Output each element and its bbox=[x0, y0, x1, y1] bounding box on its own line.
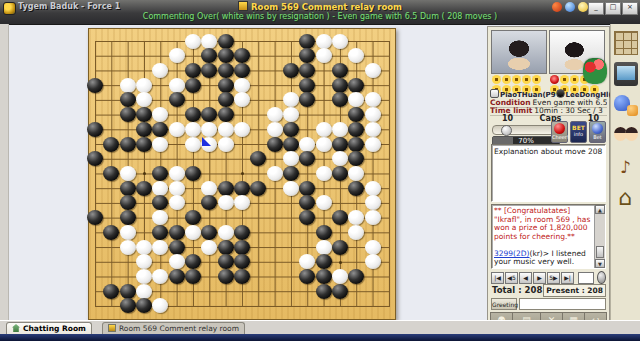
white-stone bbox=[185, 122, 201, 137]
music-icon[interactable]: ♪ bbox=[614, 155, 638, 179]
black-stone bbox=[348, 78, 364, 93]
black-stone bbox=[316, 254, 332, 269]
total-label: Total : bbox=[492, 285, 522, 295]
white-stone bbox=[169, 122, 185, 137]
black-stone bbox=[169, 92, 185, 107]
black-stone bbox=[136, 137, 152, 152]
chat-box[interactable]: ** [Congratulatates]"Ikrafl", in room 56… bbox=[491, 204, 606, 269]
last-move-marker bbox=[202, 137, 211, 146]
window-controls: _ □ × bbox=[588, 2, 638, 15]
white-stone bbox=[299, 137, 315, 152]
white-stone bbox=[365, 254, 381, 269]
black-stone bbox=[234, 63, 250, 78]
white-stone bbox=[332, 269, 348, 284]
scroll-down-icon[interactable]: ▼ bbox=[595, 259, 605, 268]
white-stone bbox=[120, 225, 136, 240]
black-stone bbox=[218, 92, 234, 107]
black-stone bbox=[234, 269, 250, 284]
black-stone bbox=[218, 240, 234, 255]
star-point bbox=[241, 172, 244, 175]
chat-scrollbar[interactable]: ▲ ▼ bbox=[594, 205, 605, 268]
black-stone bbox=[185, 63, 201, 78]
black-stone bbox=[316, 269, 332, 284]
black-stone bbox=[185, 107, 201, 122]
black-stone bbox=[332, 78, 348, 93]
black-stone bbox=[218, 63, 234, 78]
white-stone bbox=[201, 34, 217, 49]
drink-icon[interactable] bbox=[614, 93, 638, 117]
black-stone bbox=[169, 225, 185, 240]
white-stone bbox=[218, 122, 234, 137]
white-stone bbox=[234, 122, 250, 137]
star-point bbox=[339, 261, 342, 264]
black-stone bbox=[218, 34, 234, 49]
back-button[interactable]: ◀ bbox=[519, 272, 532, 284]
minimize-button[interactable]: _ bbox=[588, 2, 604, 15]
black-stone bbox=[332, 240, 348, 255]
black-stone bbox=[136, 107, 152, 122]
flower-gift-icon bbox=[502, 75, 511, 84]
white-stone bbox=[218, 225, 234, 240]
black-stone bbox=[120, 210, 136, 225]
black-stone bbox=[136, 122, 152, 137]
black-stone bbox=[120, 92, 136, 107]
black-stone bbox=[185, 166, 201, 181]
white-stone bbox=[267, 107, 283, 122]
cheer-ball-icon bbox=[554, 123, 565, 134]
window-frame-left bbox=[0, 24, 9, 320]
broadcast-icon[interactable] bbox=[614, 62, 638, 86]
black-stone bbox=[87, 78, 103, 93]
white-stone bbox=[365, 240, 381, 255]
black-stone bbox=[218, 181, 234, 196]
black-stone bbox=[103, 284, 119, 299]
white-stone bbox=[136, 240, 152, 255]
black-stone bbox=[218, 107, 234, 122]
black-stone bbox=[299, 78, 315, 93]
black-stone bbox=[234, 240, 250, 255]
black-stone bbox=[218, 269, 234, 284]
white-stone bbox=[316, 166, 332, 181]
white-stone bbox=[218, 137, 234, 152]
black-stone bbox=[103, 137, 119, 152]
white-stone bbox=[136, 269, 152, 284]
white-stone bbox=[152, 298, 168, 313]
friends-icon[interactable] bbox=[614, 124, 638, 148]
black-stone bbox=[120, 107, 136, 122]
globe-icon[interactable] bbox=[565, 2, 575, 12]
tab-bar: Chatting Room Room 569 Comment relay roo… bbox=[0, 320, 640, 335]
white-stone bbox=[365, 107, 381, 122]
home-icon[interactable]: ⌂ bbox=[614, 186, 638, 210]
black-stone bbox=[332, 63, 348, 78]
white-stone bbox=[136, 78, 152, 93]
black-stone bbox=[332, 210, 348, 225]
black-stone-icon bbox=[556, 89, 565, 98]
forward-button[interactable]: ▶ bbox=[533, 272, 546, 284]
white-stone bbox=[185, 137, 201, 152]
app-window: Tygem Baduk - Force 1 Room 569 Comment r… bbox=[0, 0, 640, 341]
white-stone bbox=[169, 48, 185, 63]
white-stone bbox=[316, 122, 332, 137]
white-stone bbox=[283, 107, 299, 122]
bet-info-button[interactable]: BETinfo bbox=[570, 121, 587, 143]
white-stone-icon bbox=[490, 89, 499, 98]
rose-gift-icon bbox=[550, 75, 559, 84]
coin-icon bbox=[592, 123, 603, 134]
white-stone bbox=[316, 48, 332, 63]
black-stone bbox=[185, 269, 201, 284]
flower-gift-icon bbox=[570, 75, 579, 84]
cheer-buttons: Cheer! BETinfo Bet bbox=[551, 121, 606, 143]
white-stone bbox=[365, 195, 381, 210]
black-stone bbox=[120, 284, 136, 299]
black-stone bbox=[87, 122, 103, 137]
white-stone bbox=[120, 240, 136, 255]
black-stone bbox=[120, 298, 136, 313]
white-stone bbox=[169, 166, 185, 181]
white-stone bbox=[152, 240, 168, 255]
white-stone bbox=[218, 195, 234, 210]
close-button[interactable]: × bbox=[622, 2, 638, 15]
white-stone bbox=[267, 122, 283, 137]
star-point bbox=[143, 172, 146, 175]
black-stone bbox=[283, 166, 299, 181]
flower-gift-icon bbox=[492, 75, 501, 84]
taskbar-strip bbox=[0, 334, 640, 341]
black-stone bbox=[299, 181, 315, 196]
games-icon[interactable] bbox=[614, 31, 638, 55]
black-stone bbox=[267, 137, 283, 152]
player-card-white bbox=[491, 30, 547, 95]
cheer-button[interactable]: Cheer! bbox=[551, 121, 568, 143]
black-stone bbox=[348, 137, 364, 152]
black-stone bbox=[348, 181, 364, 196]
black-stone bbox=[316, 225, 332, 240]
palette-icon[interactable] bbox=[552, 2, 562, 12]
right-icon-sidebar: ♪⌂ bbox=[610, 24, 640, 334]
greeting-row: Greeting bbox=[491, 298, 606, 310]
white-stone bbox=[234, 78, 250, 93]
white-stone bbox=[201, 240, 217, 255]
black-stone bbox=[136, 298, 152, 313]
white-stone bbox=[365, 181, 381, 196]
black-stone bbox=[316, 284, 332, 299]
forward-5-button[interactable]: 5▶ bbox=[547, 272, 560, 284]
app-title: Tygem Baduk - Force 1 bbox=[18, 2, 120, 11]
bulb-icon[interactable] bbox=[578, 2, 588, 12]
black-stone bbox=[218, 254, 234, 269]
black-stone bbox=[218, 78, 234, 93]
house-icon bbox=[12, 324, 20, 332]
game-status-line: Commenting Over( white wins by resignati… bbox=[60, 12, 580, 21]
face-icon bbox=[625, 127, 638, 141]
game-info-panel: PiaoTHuan(P9 LeeDongHl(P9 ConditionEven … bbox=[487, 26, 610, 322]
black-stone bbox=[136, 181, 152, 196]
white-stone bbox=[267, 166, 283, 181]
white-stone bbox=[316, 240, 332, 255]
maximize-button[interactable]: □ bbox=[605, 2, 621, 15]
player-photo-white bbox=[491, 30, 547, 74]
caps-white: 10 bbox=[502, 114, 513, 123]
scroll-thumb[interactable] bbox=[596, 246, 604, 258]
black-stone bbox=[185, 78, 201, 93]
white-stone bbox=[152, 181, 168, 196]
white-stone bbox=[185, 34, 201, 49]
white-stone bbox=[332, 122, 348, 137]
flower-gift-icon bbox=[512, 75, 521, 84]
white-stone bbox=[169, 181, 185, 196]
black-stone bbox=[218, 48, 234, 63]
black-stone bbox=[234, 225, 250, 240]
explanation-box[interactable]: Explanation about move 208 bbox=[491, 144, 606, 202]
room-title: Room 569 Comment relay room bbox=[140, 1, 500, 12]
white-stone bbox=[136, 284, 152, 299]
white-stone bbox=[201, 181, 217, 196]
black-stone bbox=[283, 122, 299, 137]
white-stone bbox=[152, 137, 168, 152]
app-icon bbox=[3, 2, 16, 15]
flower-gift-icon bbox=[522, 75, 531, 84]
chat-input[interactable] bbox=[519, 298, 606, 310]
white-stone bbox=[316, 195, 332, 210]
white-stone bbox=[365, 122, 381, 137]
white-stone bbox=[169, 254, 185, 269]
player-card-black bbox=[549, 30, 605, 95]
bouquet-gift-icon bbox=[583, 58, 607, 84]
last-move-button[interactable]: ▶| bbox=[561, 272, 574, 284]
black-stone bbox=[332, 137, 348, 152]
titlebar-deco-icons bbox=[552, 2, 588, 12]
bet-button[interactable]: Bet bbox=[589, 121, 606, 143]
present-move-box: Present : 208 bbox=[543, 284, 606, 297]
room-icon bbox=[238, 1, 248, 11]
totals-row: Total : 208 Present : 208 bbox=[492, 285, 606, 297]
white-stone bbox=[316, 34, 332, 49]
white-stone bbox=[169, 78, 185, 93]
go-board[interactable] bbox=[88, 28, 396, 320]
chat-lines: ** [Congratulatates]"Ikrafl", in room 56… bbox=[494, 207, 593, 267]
white-stone bbox=[120, 166, 136, 181]
flower-gift-icon bbox=[532, 75, 541, 84]
back-5-button[interactable]: ◀5 bbox=[505, 272, 518, 284]
white-stone bbox=[365, 92, 381, 107]
white-stone bbox=[316, 137, 332, 152]
white-stone bbox=[185, 225, 201, 240]
cheer-slider[interactable] bbox=[492, 125, 560, 135]
black-stone bbox=[332, 284, 348, 299]
white-stone bbox=[169, 195, 185, 210]
black-stone bbox=[120, 181, 136, 196]
jump-to-move-button[interactable] bbox=[597, 271, 606, 284]
white-stone bbox=[120, 78, 136, 93]
chat-line: your music very well. bbox=[494, 258, 593, 267]
white-stone bbox=[365, 210, 381, 225]
black-stone bbox=[185, 210, 201, 225]
black-stone bbox=[299, 34, 315, 49]
black-stone bbox=[234, 181, 250, 196]
move-number-input[interactable] bbox=[578, 272, 594, 284]
scroll-up-icon[interactable]: ▲ bbox=[595, 205, 605, 214]
room-tab-icon bbox=[108, 324, 116, 332]
chat-line: points for cheering.** bbox=[494, 233, 593, 242]
white-stone bbox=[365, 63, 381, 78]
black-stone bbox=[120, 195, 136, 210]
move-nav-row: |◀◀5◀▶5▶▶| bbox=[491, 271, 606, 284]
black-stone bbox=[332, 166, 348, 181]
black-stone bbox=[169, 240, 185, 255]
black-stone bbox=[283, 63, 299, 78]
white-stone bbox=[332, 34, 348, 49]
greeting-button[interactable]: Greeting bbox=[491, 298, 517, 310]
black-stone bbox=[250, 181, 266, 196]
white-stone bbox=[283, 181, 299, 196]
first-move-button[interactable]: |◀ bbox=[491, 272, 504, 284]
black-stone bbox=[120, 137, 136, 152]
black-stone bbox=[283, 137, 299, 152]
flower-gift-icon bbox=[560, 75, 569, 84]
total-value: 208 bbox=[525, 285, 543, 295]
black-stone bbox=[169, 269, 185, 284]
white-stone bbox=[365, 137, 381, 152]
title-bar: Tygem Baduk - Force 1 Room 569 Comment r… bbox=[0, 0, 640, 25]
slider-thumb[interactable] bbox=[501, 125, 512, 136]
